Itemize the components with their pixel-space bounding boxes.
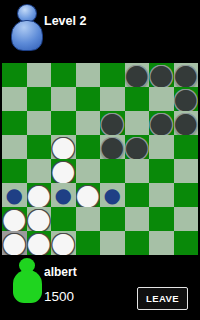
square-r0c7[interactable]: ● <box>174 63 199 87</box>
square-r2c6[interactable]: ● <box>149 111 174 135</box>
square-r5c4[interactable]: ● <box>100 183 125 207</box>
square-r0c2[interactable] <box>51 63 76 87</box>
white-piece: ● <box>51 231 75 255</box>
square-r6c5[interactable] <box>125 207 150 231</box>
square-r3c1[interactable] <box>27 135 52 159</box>
board: ●●●●●●●●●●●●●●●●●●●●● <box>0 63 200 255</box>
square-r2c0[interactable] <box>2 111 27 135</box>
square-r1c6[interactable] <box>149 87 174 111</box>
black-piece: ● <box>100 111 124 135</box>
avatar-body <box>13 270 42 303</box>
square-r7c1[interactable]: ● <box>27 231 52 255</box>
square-r5c7[interactable] <box>174 183 199 207</box>
white-piece: ● <box>51 159 75 183</box>
square-r5c6[interactable] <box>149 183 174 207</box>
white-piece: ● <box>27 207 51 231</box>
square-r0c4[interactable] <box>100 63 125 87</box>
square-r6c3[interactable] <box>76 207 101 231</box>
white-piece: ● <box>51 135 75 159</box>
square-r2c7[interactable]: ● <box>174 111 199 135</box>
square-r7c3[interactable] <box>76 231 101 255</box>
black-piece: ● <box>174 87 198 111</box>
square-r5c5[interactable] <box>125 183 150 207</box>
square-r5c0[interactable]: ● <box>2 183 27 207</box>
header-bar: Level 2 <box>0 0 200 63</box>
player-rating: 1500 <box>44 289 74 304</box>
square-r3c0[interactable] <box>2 135 27 159</box>
square-r4c5[interactable] <box>125 159 150 183</box>
square-r6c6[interactable] <box>149 207 174 231</box>
white-piece: ● <box>76 183 100 207</box>
black-piece: ● <box>174 63 198 87</box>
square-r7c0[interactable]: ● <box>2 231 27 255</box>
square-r3c5[interactable]: ● <box>125 135 150 159</box>
square-r7c2[interactable]: ● <box>51 231 76 255</box>
move-hint-dot: ● <box>104 183 121 207</box>
white-piece: ● <box>2 207 26 231</box>
square-r4c7[interactable] <box>174 159 199 183</box>
square-r6c0[interactable]: ● <box>2 207 27 231</box>
black-piece: ● <box>125 63 149 87</box>
black-piece: ● <box>149 63 173 87</box>
black-piece: ● <box>125 135 149 159</box>
player-avatar-icon <box>10 258 44 316</box>
square-r7c7[interactable] <box>174 231 199 255</box>
square-r2c3[interactable] <box>76 111 101 135</box>
square-r7c6[interactable] <box>149 231 174 255</box>
square-r7c5[interactable] <box>125 231 150 255</box>
square-r4c3[interactable] <box>76 159 101 183</box>
opponent-level-label: Level 2 <box>44 14 86 28</box>
square-r0c6[interactable]: ● <box>149 63 174 87</box>
white-piece: ● <box>2 231 26 255</box>
square-r2c5[interactable] <box>125 111 150 135</box>
square-r3c2[interactable]: ● <box>51 135 76 159</box>
square-r4c1[interactable] <box>27 159 52 183</box>
square-r4c2[interactable]: ● <box>51 159 76 183</box>
square-r1c2[interactable] <box>51 87 76 111</box>
square-r3c6[interactable] <box>149 135 174 159</box>
square-r4c6[interactable] <box>149 159 174 183</box>
square-r6c2[interactable] <box>51 207 76 231</box>
square-r4c4[interactable] <box>100 159 125 183</box>
black-piece: ● <box>100 135 124 159</box>
square-r3c3[interactable] <box>76 135 101 159</box>
square-r0c3[interactable] <box>76 63 101 87</box>
leave-button[interactable]: LEAVE <box>137 287 188 310</box>
square-r1c4[interactable] <box>100 87 125 111</box>
square-r6c4[interactable] <box>100 207 125 231</box>
black-piece: ● <box>149 111 173 135</box>
game-screen: Level 2 ●●●●●●●●●●●●●●●●●●●●● albert 150… <box>0 0 200 320</box>
square-r6c1[interactable]: ● <box>27 207 52 231</box>
square-r0c0[interactable] <box>2 63 27 87</box>
square-r0c1[interactable] <box>27 63 52 87</box>
move-hint-dot: ● <box>6 183 23 207</box>
square-r1c7[interactable]: ● <box>174 87 199 111</box>
square-r5c3[interactable]: ● <box>76 183 101 207</box>
square-r2c4[interactable]: ● <box>100 111 125 135</box>
bottom-bar: albert 1500 LEAVE <box>0 255 200 320</box>
square-r1c3[interactable] <box>76 87 101 111</box>
square-r3c7[interactable] <box>174 135 199 159</box>
square-r1c0[interactable] <box>2 87 27 111</box>
square-r0c5[interactable]: ● <box>125 63 150 87</box>
opponent-avatar-icon <box>10 4 44 58</box>
avatar-body <box>11 20 43 51</box>
square-r6c7[interactable] <box>174 207 199 231</box>
white-piece: ● <box>27 183 51 207</box>
square-r4c0[interactable] <box>2 159 27 183</box>
square-r2c1[interactable] <box>27 111 52 135</box>
square-r2c2[interactable] <box>51 111 76 135</box>
square-r7c4[interactable] <box>100 231 125 255</box>
square-r5c2[interactable]: ● <box>51 183 76 207</box>
square-r3c4[interactable]: ● <box>100 135 125 159</box>
square-r1c5[interactable] <box>125 87 150 111</box>
player-name: albert <box>44 265 77 279</box>
square-r5c1[interactable]: ● <box>27 183 52 207</box>
white-piece: ● <box>27 231 51 255</box>
move-hint-dot: ● <box>55 183 72 207</box>
square-r1c1[interactable] <box>27 87 52 111</box>
black-piece: ● <box>174 111 198 135</box>
